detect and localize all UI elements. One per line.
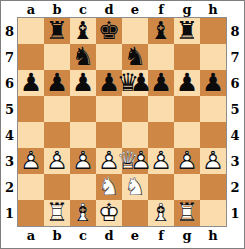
knight-glyph-fill: ♞ bbox=[122, 44, 148, 70]
square-a7[interactable] bbox=[18, 44, 44, 70]
square-c4[interactable] bbox=[70, 122, 96, 148]
square-e1[interactable] bbox=[122, 200, 148, 226]
bishop-glyph-fill: ♝ bbox=[70, 18, 96, 44]
file-label-a: a bbox=[18, 226, 44, 248]
file-label-c: c bbox=[70, 226, 96, 248]
knight-glyph-outline: ♘ bbox=[122, 174, 148, 200]
rank-label-4: 4 bbox=[226, 122, 244, 148]
square-h6[interactable]: ♟ bbox=[200, 70, 226, 96]
square-a1[interactable] bbox=[18, 200, 44, 226]
piece-black-knight-e7[interactable]: ♞ bbox=[122, 44, 148, 70]
rank-label-3: 3 bbox=[1, 148, 18, 174]
square-b5[interactable] bbox=[44, 96, 70, 122]
piece-black-pawn-g6[interactable]: ♟ bbox=[174, 70, 200, 96]
file-labels-bottom: abcdefgh bbox=[18, 226, 226, 248]
square-g6[interactable]: ♟ bbox=[174, 70, 200, 96]
square-e8[interactable] bbox=[122, 18, 148, 44]
bishop-glyph-outline: ♗ bbox=[70, 200, 96, 226]
square-e5[interactable] bbox=[122, 96, 148, 122]
piece-white-rook-g1[interactable]: ♜♖ bbox=[174, 200, 200, 226]
rank-labels-right: 87654321 bbox=[226, 18, 244, 226]
square-c6[interactable]: ♟ bbox=[70, 70, 96, 96]
square-e4[interactable] bbox=[122, 122, 148, 148]
rank-label-6: 6 bbox=[226, 70, 244, 96]
square-c2[interactable] bbox=[70, 174, 96, 200]
file-label-d: d bbox=[96, 226, 122, 248]
square-f7[interactable] bbox=[148, 44, 174, 70]
file-label-h: h bbox=[200, 1, 226, 18]
rank-labels-left: 87654321 bbox=[1, 18, 18, 226]
square-f1[interactable]: ♝♗ bbox=[148, 200, 174, 226]
piece-black-pawn-c6[interactable]: ♟ bbox=[70, 70, 96, 96]
piece-black-king-d8[interactable]: ♚ bbox=[96, 18, 122, 44]
square-g1[interactable]: ♜♖ bbox=[174, 200, 200, 226]
square-e6[interactable]: ♛♟ bbox=[122, 70, 148, 96]
king-glyph-fill: ♚ bbox=[96, 18, 122, 44]
piece-white-knight-e2[interactable]: ♞♘ bbox=[122, 174, 148, 200]
square-b1[interactable]: ♜♖ bbox=[44, 200, 70, 226]
bishop-glyph-fill: ♝ bbox=[148, 18, 174, 44]
pawn-glyph-fill: ♟ bbox=[18, 70, 44, 96]
chess-board: ♜♝♚♝♜♞♞♟♟♟♟♛♟♟♟♟♟♙♟♙♟♙♟♙♛♕♟♙♟♙♟♙♟♙♞♘♞♘♜♖… bbox=[18, 18, 226, 226]
square-e7[interactable]: ♞ bbox=[122, 44, 148, 70]
rank-label-5: 5 bbox=[226, 96, 244, 122]
square-g5[interactable] bbox=[174, 96, 200, 122]
pawn-glyph-outline: ♙ bbox=[18, 148, 44, 174]
square-d4[interactable] bbox=[96, 122, 122, 148]
square-c7[interactable]: ♞ bbox=[70, 44, 96, 70]
square-g7[interactable] bbox=[174, 44, 200, 70]
piece-white-pawn-h3[interactable]: ♟♙ bbox=[200, 148, 226, 174]
pawn-glyph-fill: ♟ bbox=[128, 70, 154, 96]
rank-label-7: 7 bbox=[1, 44, 18, 70]
piece-white-pawn-c3[interactable]: ♟♙ bbox=[70, 148, 96, 174]
square-f2[interactable] bbox=[148, 174, 174, 200]
rank-label-4: 4 bbox=[1, 122, 18, 148]
file-label-e: e bbox=[122, 226, 148, 248]
piece-white-bishop-c1[interactable]: ♝♗ bbox=[70, 200, 96, 226]
piece-black-pawn-b6[interactable]: ♟ bbox=[44, 70, 70, 96]
file-label-g: g bbox=[174, 226, 200, 248]
rook-glyph-outline: ♖ bbox=[174, 200, 200, 226]
piece-black-rook-b8[interactable]: ♜ bbox=[44, 18, 70, 44]
square-h8[interactable] bbox=[200, 18, 226, 44]
bishop-glyph-outline: ♗ bbox=[148, 200, 174, 226]
rank-label-6: 6 bbox=[1, 70, 18, 96]
square-a4[interactable] bbox=[18, 122, 44, 148]
square-c5[interactable] bbox=[70, 96, 96, 122]
rook-glyph-outline: ♖ bbox=[44, 200, 70, 226]
piece-white-king-d1[interactable]: ♚♔ bbox=[96, 200, 122, 226]
knight-glyph-fill: ♞ bbox=[70, 44, 96, 70]
square-d1[interactable]: ♚♔ bbox=[96, 200, 122, 226]
piece-black-knight-c7[interactable]: ♞ bbox=[70, 44, 96, 70]
square-c3[interactable]: ♟♙ bbox=[70, 148, 96, 174]
file-label-f: f bbox=[148, 226, 174, 248]
pawn-glyph-fill: ♟ bbox=[200, 70, 226, 96]
square-f4[interactable] bbox=[148, 122, 174, 148]
rook-glyph-fill: ♜ bbox=[174, 18, 200, 44]
square-b2[interactable] bbox=[44, 174, 70, 200]
square-b3[interactable]: ♟♙ bbox=[44, 148, 70, 174]
pawn-glyph-fill: ♟ bbox=[70, 70, 96, 96]
square-a6[interactable]: ♟ bbox=[18, 70, 44, 96]
rook-glyph-fill: ♜ bbox=[44, 18, 70, 44]
square-c8[interactable]: ♝ bbox=[70, 18, 96, 44]
chess-board-window: abcdefgh 87654321 ♜♝♚♝♜♞♞♟♟♟♟♛♟♟♟♟♟♙♟♙♟♙… bbox=[0, 0, 245, 249]
piece-black-rook-g8[interactable]: ♜ bbox=[174, 18, 200, 44]
pawn-glyph-outline: ♙ bbox=[174, 148, 200, 174]
square-a5[interactable] bbox=[18, 96, 44, 122]
square-h3[interactable]: ♟♙ bbox=[200, 148, 226, 174]
square-g8[interactable]: ♜ bbox=[174, 18, 200, 44]
rank-label-3: 3 bbox=[226, 148, 244, 174]
square-e3[interactable]: ♛♕♟♙ bbox=[122, 148, 148, 174]
piece-black-pawn-a6[interactable]: ♟ bbox=[18, 70, 44, 96]
piece-white-pawn-b3[interactable]: ♟♙ bbox=[44, 148, 70, 174]
square-d5[interactable] bbox=[96, 96, 122, 122]
square-h7[interactable] bbox=[200, 44, 226, 70]
square-b8[interactable]: ♜ bbox=[44, 18, 70, 44]
piece-black-pawn-h6[interactable]: ♟ bbox=[200, 70, 226, 96]
square-g3[interactable]: ♟♙ bbox=[174, 148, 200, 174]
piece-black-bishop-f8[interactable]: ♝ bbox=[148, 18, 174, 44]
pawn-glyph-outline: ♙ bbox=[44, 148, 70, 174]
piece-black-bishop-c8[interactable]: ♝ bbox=[70, 18, 96, 44]
rank-label-5: 5 bbox=[1, 96, 18, 122]
pawn-glyph-fill: ♟ bbox=[44, 70, 70, 96]
square-a2[interactable] bbox=[18, 174, 44, 200]
square-h5[interactable] bbox=[200, 96, 226, 122]
rank-label-1: 1 bbox=[226, 200, 244, 226]
square-c1[interactable]: ♝♗ bbox=[70, 200, 96, 226]
pawn-glyph-outline: ♙ bbox=[200, 148, 226, 174]
piece-white-pawn-e3[interactable]: ♟♙ bbox=[128, 148, 154, 174]
rank-label-2: 2 bbox=[1, 174, 18, 200]
square-f5[interactable] bbox=[148, 96, 174, 122]
square-h4[interactable] bbox=[200, 122, 226, 148]
knight-glyph-outline: ♘ bbox=[96, 174, 122, 200]
square-b4[interactable] bbox=[44, 122, 70, 148]
rank-label-8: 8 bbox=[1, 18, 18, 44]
square-e2[interactable]: ♞♘ bbox=[122, 174, 148, 200]
rank-label-7: 7 bbox=[226, 44, 244, 70]
piece-white-bishop-f1[interactable]: ♝♗ bbox=[148, 200, 174, 226]
piece-white-pawn-a3[interactable]: ♟♙ bbox=[18, 148, 44, 174]
square-h1[interactable] bbox=[200, 200, 226, 226]
square-a3[interactable]: ♟♙ bbox=[18, 148, 44, 174]
pawn-glyph-outline: ♙ bbox=[128, 148, 154, 174]
square-g4[interactable] bbox=[174, 122, 200, 148]
pawn-glyph-fill: ♟ bbox=[174, 70, 200, 96]
square-d7[interactable] bbox=[96, 44, 122, 70]
rank-label-1: 1 bbox=[1, 200, 18, 226]
square-b6[interactable]: ♟ bbox=[44, 70, 70, 96]
square-d2[interactable]: ♞♘ bbox=[96, 174, 122, 200]
king-glyph-outline: ♔ bbox=[96, 200, 122, 226]
square-b7[interactable] bbox=[44, 44, 70, 70]
pawn-glyph-outline: ♙ bbox=[70, 148, 96, 174]
piece-black-pawn-e6[interactable]: ♟ bbox=[128, 70, 154, 96]
square-a8[interactable] bbox=[18, 18, 44, 44]
file-label-e: e bbox=[122, 1, 148, 18]
board-row: 87654321 ♜♝♚♝♜♞♞♟♟♟♟♛♟♟♟♟♟♙♟♙♟♙♟♙♛♕♟♙♟♙♟… bbox=[1, 18, 244, 226]
square-h2[interactable] bbox=[200, 174, 226, 200]
piece-white-knight-d2[interactable]: ♞♘ bbox=[96, 174, 122, 200]
piece-white-rook-b1[interactable]: ♜♖ bbox=[44, 200, 70, 226]
piece-white-pawn-g3[interactable]: ♟♙ bbox=[174, 148, 200, 174]
square-d8[interactable]: ♚ bbox=[96, 18, 122, 44]
file-label-b: b bbox=[44, 226, 70, 248]
square-f8[interactable]: ♝ bbox=[148, 18, 174, 44]
square-g2[interactable] bbox=[174, 174, 200, 200]
rank-label-8: 8 bbox=[226, 18, 244, 44]
file-label-h: h bbox=[200, 226, 226, 248]
rank-label-2: 2 bbox=[226, 174, 244, 200]
file-label-a: a bbox=[18, 1, 44, 18]
